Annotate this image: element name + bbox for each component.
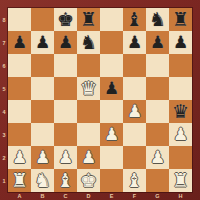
square-a1[interactable]: ♜ bbox=[8, 169, 31, 192]
square-f3[interactable] bbox=[123, 123, 146, 146]
white-rook-a1[interactable]: ♜ bbox=[8, 169, 31, 192]
square-e2[interactable] bbox=[100, 146, 123, 169]
square-d8[interactable]: ♜ bbox=[77, 8, 100, 31]
white-pawn-b2[interactable]: ♟ bbox=[31, 146, 54, 169]
square-d3[interactable] bbox=[77, 123, 100, 146]
file-label-e: E bbox=[100, 192, 123, 200]
white-bishop-c1[interactable]: ♝ bbox=[54, 169, 77, 192]
rank-label-3: 3 bbox=[0, 123, 8, 146]
square-e6[interactable] bbox=[100, 54, 123, 77]
board-grid: ♚♜♝♞♜♟♟♟♞♟♟♟♛♟♟♛♟♟♟♟♟♟♟♜♞♝♚♝♜ bbox=[8, 8, 192, 192]
square-h1[interactable]: ♜ bbox=[169, 169, 192, 192]
file-label-c: C bbox=[54, 192, 77, 200]
black-pawn-h7[interactable]: ♟ bbox=[169, 31, 192, 54]
square-h3[interactable]: ♟ bbox=[169, 123, 192, 146]
square-f8[interactable]: ♝ bbox=[123, 8, 146, 31]
square-g5[interactable] bbox=[146, 77, 169, 100]
white-bishop-f1[interactable]: ♝ bbox=[123, 169, 146, 192]
square-b2[interactable]: ♟ bbox=[31, 146, 54, 169]
rank-label-1: 1 bbox=[0, 169, 8, 192]
square-d1[interactable]: ♚ bbox=[77, 169, 100, 192]
square-h7[interactable]: ♟ bbox=[169, 31, 192, 54]
file-label-a: A bbox=[8, 192, 31, 200]
square-g7[interactable]: ♟ bbox=[146, 31, 169, 54]
white-pawn-c2[interactable]: ♟ bbox=[54, 146, 77, 169]
square-c6[interactable] bbox=[54, 54, 77, 77]
file-label-g: G bbox=[146, 192, 169, 200]
square-d5[interactable]: ♛ bbox=[77, 77, 100, 100]
square-e3[interactable]: ♟ bbox=[100, 123, 123, 146]
white-knight-b1[interactable]: ♞ bbox=[31, 169, 54, 192]
white-pawn-a2[interactable]: ♟ bbox=[8, 146, 31, 169]
file-label-f: F bbox=[123, 192, 146, 200]
square-f7[interactable]: ♟ bbox=[123, 31, 146, 54]
square-h6[interactable] bbox=[169, 54, 192, 77]
black-pawn-b7[interactable]: ♟ bbox=[31, 31, 54, 54]
square-a8[interactable] bbox=[8, 8, 31, 31]
square-a7[interactable]: ♟ bbox=[8, 31, 31, 54]
square-h2[interactable] bbox=[169, 146, 192, 169]
black-bishop-f8[interactable]: ♝ bbox=[123, 8, 146, 31]
black-pawn-c7[interactable]: ♟ bbox=[54, 31, 77, 54]
square-c8[interactable]: ♚ bbox=[54, 8, 77, 31]
square-c4[interactable] bbox=[54, 100, 77, 123]
square-a3[interactable] bbox=[8, 123, 31, 146]
square-c2[interactable]: ♟ bbox=[54, 146, 77, 169]
rank-label-4: 4 bbox=[0, 100, 8, 123]
black-pawn-g7[interactable]: ♟ bbox=[146, 31, 169, 54]
square-h5[interactable] bbox=[169, 77, 192, 100]
square-f2[interactable] bbox=[123, 146, 146, 169]
square-f5[interactable] bbox=[123, 77, 146, 100]
square-a6[interactable] bbox=[8, 54, 31, 77]
square-b1[interactable]: ♞ bbox=[31, 169, 54, 192]
white-pawn-f4[interactable]: ♟ bbox=[123, 100, 146, 123]
black-rook-h8[interactable]: ♜ bbox=[169, 8, 192, 31]
square-b5[interactable] bbox=[31, 77, 54, 100]
chess-board: ♚♜♝♞♜♟♟♟♞♟♟♟♛♟♟♛♟♟♟♟♟♟♟♜♞♝♚♝♜ 87654321AB… bbox=[0, 0, 200, 200]
square-e7[interactable] bbox=[100, 31, 123, 54]
square-d4[interactable] bbox=[77, 100, 100, 123]
white-pawn-d2[interactable]: ♟ bbox=[77, 146, 100, 169]
square-e4[interactable] bbox=[100, 100, 123, 123]
square-c7[interactable]: ♟ bbox=[54, 31, 77, 54]
white-pawn-g2[interactable]: ♟ bbox=[146, 146, 169, 169]
square-c5[interactable] bbox=[54, 77, 77, 100]
square-b7[interactable]: ♟ bbox=[31, 31, 54, 54]
square-g4[interactable] bbox=[146, 100, 169, 123]
square-c1[interactable]: ♝ bbox=[54, 169, 77, 192]
square-b3[interactable] bbox=[31, 123, 54, 146]
square-a2[interactable]: ♟ bbox=[8, 146, 31, 169]
black-pawn-a7[interactable]: ♟ bbox=[8, 31, 31, 54]
black-rook-d8[interactable]: ♜ bbox=[77, 8, 100, 31]
square-a4[interactable] bbox=[8, 100, 31, 123]
white-pawn-h3[interactable]: ♟ bbox=[169, 123, 192, 146]
square-e5[interactable]: ♟ bbox=[100, 77, 123, 100]
rank-label-8: 8 bbox=[0, 8, 8, 31]
square-c3[interactable] bbox=[54, 123, 77, 146]
white-queen-d5[interactable]: ♛ bbox=[77, 77, 100, 100]
square-e1[interactable] bbox=[100, 169, 123, 192]
square-f1[interactable]: ♝ bbox=[123, 169, 146, 192]
black-knight-d7[interactable]: ♞ bbox=[77, 31, 100, 54]
rank-label-6: 6 bbox=[0, 54, 8, 77]
file-label-d: D bbox=[77, 192, 100, 200]
white-king-d1[interactable]: ♚ bbox=[77, 169, 100, 192]
square-h8[interactable]: ♜ bbox=[169, 8, 192, 31]
square-b6[interactable] bbox=[31, 54, 54, 77]
square-f4[interactable]: ♟ bbox=[123, 100, 146, 123]
square-g6[interactable] bbox=[146, 54, 169, 77]
black-king-c8[interactable]: ♚ bbox=[54, 8, 77, 31]
white-rook-h1[interactable]: ♜ bbox=[169, 169, 192, 192]
file-label-h: H bbox=[169, 192, 192, 200]
white-pawn-e3[interactable]: ♟ bbox=[100, 123, 123, 146]
rank-label-7: 7 bbox=[0, 31, 8, 54]
square-a5[interactable] bbox=[8, 77, 31, 100]
rank-label-5: 5 bbox=[0, 77, 8, 100]
black-queen-h4[interactable]: ♛ bbox=[169, 100, 192, 123]
square-g8[interactable]: ♞ bbox=[146, 8, 169, 31]
square-g1[interactable] bbox=[146, 169, 169, 192]
square-d7[interactable]: ♞ bbox=[77, 31, 100, 54]
square-g2[interactable]: ♟ bbox=[146, 146, 169, 169]
square-b8[interactable] bbox=[31, 8, 54, 31]
black-pawn-e5[interactable]: ♟ bbox=[100, 77, 123, 100]
square-d2[interactable]: ♟ bbox=[77, 146, 100, 169]
square-e8[interactable] bbox=[100, 8, 123, 31]
square-g3[interactable] bbox=[146, 123, 169, 146]
square-b4[interactable] bbox=[31, 100, 54, 123]
black-knight-g8[interactable]: ♞ bbox=[146, 8, 169, 31]
file-label-b: B bbox=[31, 192, 54, 200]
black-pawn-f7[interactable]: ♟ bbox=[123, 31, 146, 54]
square-d6[interactable] bbox=[77, 54, 100, 77]
square-h4[interactable]: ♛ bbox=[169, 100, 192, 123]
rank-label-2: 2 bbox=[0, 146, 8, 169]
square-f6[interactable] bbox=[123, 54, 146, 77]
